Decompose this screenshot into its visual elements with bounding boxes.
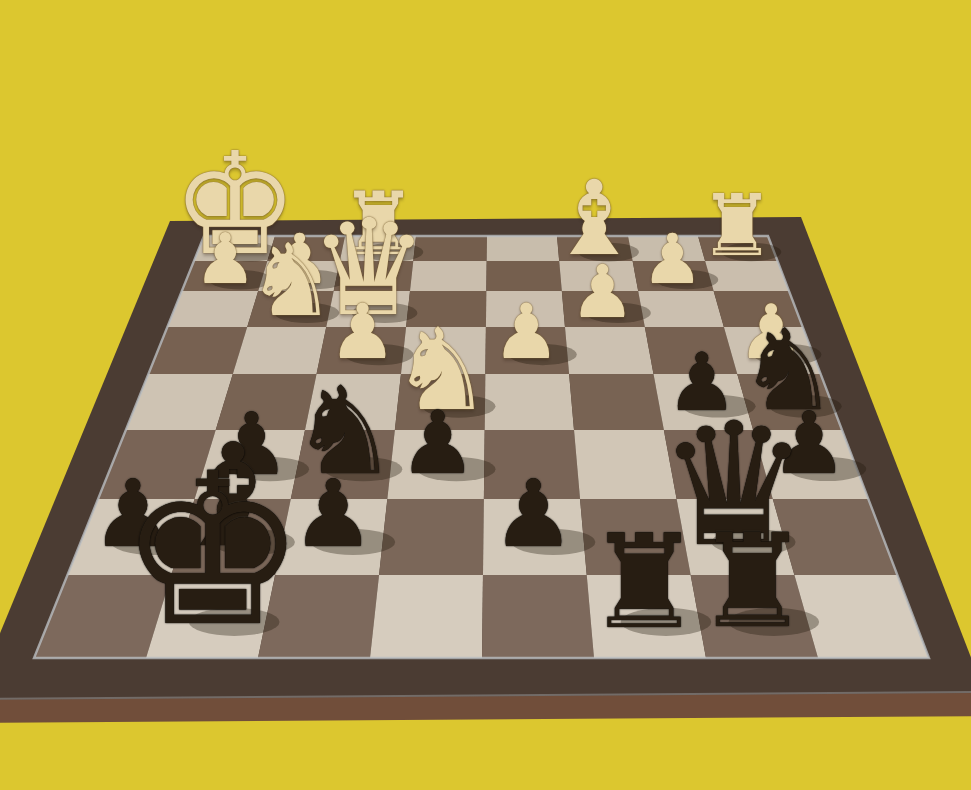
black-pawn-d7[interactable]: ♟ <box>492 468 575 561</box>
square-c5[interactable] <box>569 374 664 430</box>
white-rook-a1[interactable]: ♜ <box>699 183 775 268</box>
white-pawn-b2[interactable]: ♟ <box>641 225 703 294</box>
white-pawn-d4[interactable]: ♟ <box>492 294 560 370</box>
white-pawn-f4[interactable]: ♟ <box>328 294 396 370</box>
game-scene: ♚♜♜♝♛♞♞♟♟♟♟♟♟♟♚♛♜♜♝♞♞♟♟♟♟♟♟♟ <box>0 0 971 790</box>
square-e8[interactable] <box>370 575 483 658</box>
black-rook-c8[interactable]: ♜ <box>586 516 703 646</box>
square-d5[interactable] <box>485 374 574 430</box>
square-d8[interactable] <box>482 575 594 658</box>
black-king-g8[interactable]: ♚ <box>118 446 306 656</box>
square-e7[interactable] <box>379 499 484 575</box>
white-knight-g3[interactable]: ♞ <box>246 231 336 331</box>
square-c4[interactable] <box>565 327 654 374</box>
black-pawn-e6[interactable]: ♟ <box>399 400 477 487</box>
black-rook-b8[interactable]: ♜ <box>694 517 810 646</box>
white-pawn-c3[interactable]: ♟ <box>570 255 635 328</box>
